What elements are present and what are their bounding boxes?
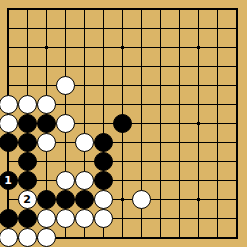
star-point bbox=[197, 122, 200, 125]
star-point bbox=[121, 46, 124, 49]
stone-white bbox=[37, 209, 56, 228]
star-point bbox=[197, 46, 200, 49]
stone-move-number: 1 bbox=[4, 175, 12, 186]
stone-white bbox=[56, 209, 75, 228]
stone-black bbox=[37, 190, 56, 209]
stone-white-move-2: 2 bbox=[18, 190, 37, 209]
stone-white bbox=[0, 228, 18, 247]
stone-white bbox=[94, 209, 113, 228]
stone-white bbox=[0, 95, 18, 114]
stone-white bbox=[56, 171, 75, 190]
stone-black bbox=[0, 209, 18, 228]
stone-move-number: 2 bbox=[23, 194, 31, 205]
stone-black bbox=[37, 114, 56, 133]
stone-black bbox=[113, 114, 132, 133]
stone-black bbox=[18, 133, 37, 152]
stone-black bbox=[18, 171, 37, 190]
stone-white bbox=[75, 209, 94, 228]
stone-white bbox=[132, 190, 151, 209]
stone-black bbox=[56, 190, 75, 209]
stone-white bbox=[94, 190, 113, 209]
grid-line-vertical bbox=[160, 9, 161, 238]
stone-black bbox=[94, 133, 113, 152]
stone-white bbox=[56, 114, 75, 133]
go-board[interactable]: 12 bbox=[0, 0, 247, 247]
go-diagram: 12 bbox=[0, 0, 247, 247]
stone-white bbox=[75, 171, 94, 190]
star-point bbox=[121, 198, 124, 201]
stone-black bbox=[94, 171, 113, 190]
stone-white bbox=[18, 95, 37, 114]
stone-white bbox=[75, 133, 94, 152]
stone-white bbox=[37, 95, 56, 114]
stone-black bbox=[18, 152, 37, 171]
grid-line-horizontal bbox=[8, 180, 237, 181]
stone-black bbox=[0, 133, 18, 152]
stone-white bbox=[56, 76, 75, 95]
grid-line-horizontal bbox=[8, 161, 237, 162]
stone-white bbox=[37, 133, 56, 152]
stone-white bbox=[18, 228, 37, 247]
star-point bbox=[197, 198, 200, 201]
stone-black-move-1: 1 bbox=[0, 171, 18, 190]
stone-black bbox=[18, 209, 37, 228]
stone-white bbox=[37, 228, 56, 247]
stone-black bbox=[94, 152, 113, 171]
grid-line-vertical bbox=[179, 9, 180, 238]
stone-black bbox=[18, 114, 37, 133]
stone-white bbox=[0, 114, 18, 133]
star-point bbox=[45, 46, 48, 49]
grid-line-vertical bbox=[217, 9, 218, 238]
stone-black bbox=[75, 190, 94, 209]
